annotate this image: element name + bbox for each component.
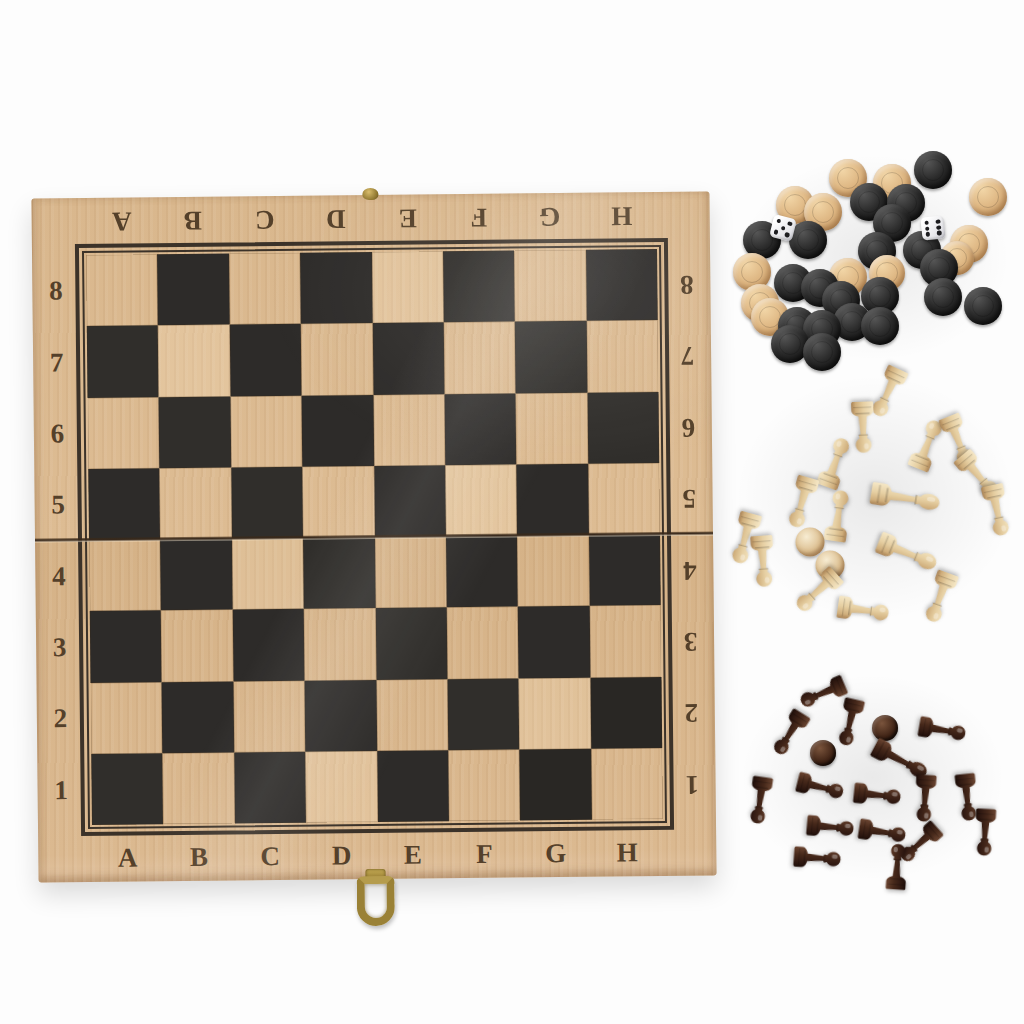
square-f2 (447, 678, 519, 750)
square-f5 (445, 464, 517, 536)
square-a7 (87, 325, 159, 397)
rank-label-left-1: 1 (43, 755, 80, 827)
square-d1 (305, 751, 377, 823)
file-label-bottom-h: H (592, 833, 664, 872)
file-label-bottom-f: F (449, 834, 521, 873)
square-d5 (302, 466, 374, 538)
square-h8 (586, 249, 658, 321)
rank-label-right-7: 7 (669, 320, 706, 392)
rank-label-right-6: 6 (669, 391, 706, 463)
square-c4 (232, 538, 304, 610)
square-a4 (89, 539, 161, 611)
square-g7 (515, 321, 587, 393)
rank-label-right-2: 2 (672, 677, 709, 749)
file-label-top-d: D (300, 200, 372, 239)
square-a2 (91, 682, 163, 754)
file-label-top-e: E (371, 199, 443, 238)
square-h4 (589, 534, 661, 606)
clasp-loop (357, 876, 396, 926)
square-d2 (305, 679, 377, 751)
square-c8 (229, 253, 301, 325)
file-label-top-c: C (228, 201, 300, 240)
file-label-top-g: G (514, 198, 586, 237)
square-h5 (588, 463, 660, 535)
file-label-top-h: H (585, 197, 657, 236)
file-label-bottom-g: G (520, 834, 592, 873)
square-g1 (519, 748, 591, 820)
square-d6 (302, 395, 374, 467)
square-f1 (448, 749, 520, 821)
chess-board: ABCDEFGH ABCDEFGH 87654321 87654321 (31, 191, 716, 882)
square-e3 (375, 607, 447, 679)
square-b8 (157, 254, 229, 326)
square-d7 (301, 323, 373, 395)
square-b4 (160, 538, 232, 610)
rank-label-left-8: 8 (38, 255, 75, 327)
square-c6 (230, 395, 302, 467)
brass-clasp (356, 869, 395, 929)
rank-label-right-8: 8 (668, 249, 705, 321)
square-f8 (443, 251, 515, 323)
square-g8 (514, 250, 586, 322)
pile-shadow (730, 370, 1020, 625)
square-e8 (372, 251, 444, 323)
square-c5 (231, 466, 303, 538)
square-b2 (162, 681, 234, 753)
rank-label-left-6: 6 (40, 398, 77, 470)
square-e7 (372, 323, 444, 395)
square-g5 (516, 464, 588, 536)
rank-label-right-4: 4 (671, 534, 708, 606)
file-label-bottom-a: A (92, 838, 164, 877)
square-c7 (230, 324, 302, 396)
square-h3 (589, 605, 661, 677)
rank-label-left-3: 3 (42, 612, 79, 684)
rank-label-right-5: 5 (670, 463, 707, 535)
square-f3 (447, 607, 519, 679)
square-d8 (300, 252, 372, 324)
product-photo: ABCDEFGH ABCDEFGH 87654321 87654321 (0, 0, 1024, 1024)
square-a1 (91, 753, 163, 825)
pile-shadow (735, 150, 1015, 365)
rank-label-right-3: 3 (672, 605, 709, 677)
file-label-bottom-b: B (164, 837, 236, 876)
square-a8 (86, 254, 158, 326)
square-b5 (160, 467, 232, 539)
square-h2 (590, 676, 662, 748)
square-e6 (373, 394, 445, 466)
square-g4 (517, 535, 589, 607)
square-f6 (444, 393, 516, 465)
file-labels-top: ABCDEFGH (85, 197, 656, 241)
rank-label-left-7: 7 (39, 326, 76, 398)
square-c1 (234, 751, 306, 823)
square-h7 (586, 320, 658, 392)
file-label-top-b: B (157, 202, 229, 241)
file-label-top-f: F (442, 199, 514, 238)
square-h1 (591, 748, 663, 820)
rank-label-right-1: 1 (673, 748, 710, 820)
square-h6 (587, 392, 659, 464)
square-f7 (444, 322, 516, 394)
file-label-bottom-c: C (235, 837, 307, 876)
rank-label-left-4: 4 (41, 541, 78, 613)
brass-hinge-knob (362, 188, 378, 200)
square-e1 (377, 750, 449, 822)
rank-label-left-2: 2 (43, 683, 80, 755)
square-f4 (446, 535, 518, 607)
square-a3 (90, 610, 162, 682)
square-c3 (233, 609, 305, 681)
square-g6 (516, 392, 588, 464)
square-d4 (303, 537, 375, 609)
square-g3 (518, 606, 590, 678)
rank-label-left-5: 5 (40, 469, 77, 541)
square-b1 (163, 752, 235, 824)
square-e2 (376, 679, 448, 751)
square-a5 (88, 468, 160, 540)
square-a6 (88, 397, 160, 469)
square-b3 (161, 610, 233, 682)
square-c2 (233, 680, 305, 752)
square-d3 (304, 608, 376, 680)
square-b6 (159, 396, 231, 468)
square-e4 (374, 536, 446, 608)
square-g2 (519, 677, 591, 749)
file-label-top-a: A (85, 202, 157, 241)
square-b7 (158, 325, 230, 397)
pile-shadow (735, 670, 1010, 885)
square-e5 (374, 465, 446, 537)
